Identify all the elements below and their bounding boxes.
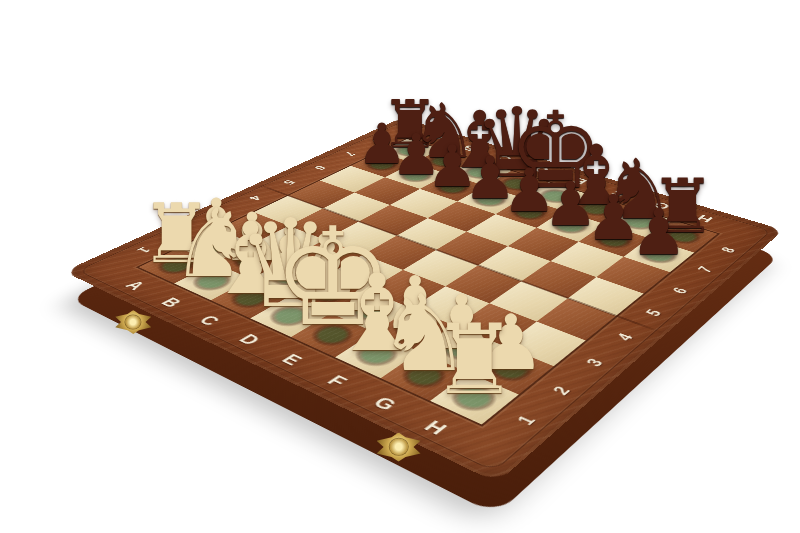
scene: AABBCCDDEEFFGGHH1122334455667788 ♜♞♝♛♚♝♞… xyxy=(0,0,800,533)
pieces-layer: ♜♞♝♛♚♝♞♜♟♟♟♟♟♟♟♟♟♟♟♟♟♟♟♟♜♞♝♛♚♝♞♜ xyxy=(0,0,800,533)
piece-white-rook-h1[interactable]: ♜ xyxy=(431,313,518,410)
piece-black-pawn-h7[interactable]: ♟ xyxy=(630,201,687,264)
